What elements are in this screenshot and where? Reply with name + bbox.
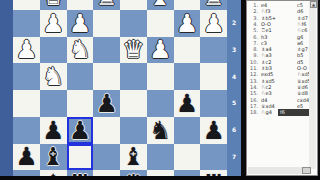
chess-piece-wP-h3: ♟ (15, 37, 37, 62)
board-square-e1[interactable]: ♜ (93, 0, 120, 10)
board-left-frame (0, 0, 13, 176)
chess-piece-bP-h7: ♟ (15, 144, 37, 169)
chess-piece-bB-g7: ♝ (42, 144, 64, 169)
board-square-f1[interactable] (67, 0, 94, 10)
board-square-h1[interactable] (13, 0, 40, 10)
board-square-b1[interactable] (174, 0, 201, 10)
board-square-e5[interactable]: ♟ (93, 90, 120, 117)
vertical-scrollbar[interactable] (309, 2, 316, 169)
chess-piece-bP-e5: ♟ (95, 91, 117, 116)
board-square-c6[interactable]: ♞ (147, 117, 174, 144)
chess-piece-wR-a1: ♜ (202, 0, 224, 9)
board-square-f7[interactable] (67, 144, 94, 171)
chess-piece-bP-b5: ♟ (176, 91, 198, 116)
chess-piece-wP-f2: ♟ (69, 11, 91, 36)
chess-piece-bB-d7: ♝ (122, 144, 144, 169)
chess-piece-wQ-d3: ♛ (122, 37, 144, 62)
board-square-e7[interactable] (93, 144, 120, 171)
chess-piece-wP-c3: ♟ (149, 37, 171, 62)
board-square-h6[interactable] (13, 117, 40, 144)
board-square-c7[interactable] (147, 144, 174, 171)
board-square-g4[interactable]: ♞ (40, 63, 67, 90)
board-square-d7[interactable]: ♝ (120, 144, 147, 171)
board-square-b3[interactable] (174, 37, 201, 64)
chess-piece-bP-f6: ♟ (69, 118, 91, 143)
board-square-e4[interactable] (93, 63, 120, 90)
chess-piece-wN-f3: ♞ (69, 37, 91, 62)
board-square-a5[interactable] (200, 90, 227, 117)
rank-label-4: 4 (227, 74, 241, 80)
move-number: 18. (249, 109, 258, 116)
board-square-e3[interactable] (93, 37, 120, 64)
board-square-g1[interactable]: ♚ (40, 0, 67, 10)
board-square-f5[interactable] (67, 90, 94, 117)
rank-label-7: 7 (227, 154, 241, 160)
board-square-g5[interactable] (40, 90, 67, 117)
board-square-f2[interactable]: ♟ (67, 10, 94, 37)
board-square-b7[interactable] (174, 144, 201, 171)
board-square-a2[interactable]: ♟ (200, 10, 227, 37)
board-square-b2[interactable]: ♟ (174, 10, 201, 37)
chess-piece-wB-c1: ♝ (149, 0, 171, 9)
up-arrow-icon: ▲ (312, 2, 315, 7)
chess-piece-wK-g1: ♚ (42, 0, 64, 9)
board-square-e2[interactable] (93, 10, 120, 37)
board-square-g7[interactable]: ♝ (40, 144, 67, 171)
app-window: ♚♜♝♜♟♟♟♟♟♞♛♟♞♟♟♟♟♞♟♟♝♝♚♜♛♜ 12345678 1.e4… (0, 0, 320, 180)
chess-piece-wP-a2: ♟ (202, 11, 224, 36)
scrollbar-up-button[interactable]: ▲ (310, 1, 317, 8)
board-square-f6[interactable]: ♟ (67, 117, 94, 144)
board-square-d4[interactable] (120, 63, 147, 90)
board-square-h7[interactable]: ♟ (13, 144, 40, 171)
board-square-f4[interactable] (67, 63, 94, 90)
move-row-18: 18.♘g4f6 (247, 109, 317, 116)
board-square-h5[interactable] (13, 90, 40, 117)
board-square-f3[interactable]: ♞ (67, 37, 94, 64)
board-square-d3[interactable]: ♛ (120, 37, 147, 64)
board-square-a3[interactable] (200, 37, 227, 64)
board-square-h4[interactable] (13, 63, 40, 90)
board-square-d1[interactable] (120, 0, 147, 10)
board-square-h2[interactable] (13, 10, 40, 37)
rank-label-3: 3 (227, 47, 241, 53)
chess-piece-bN-c6: ♞ (149, 118, 171, 143)
board-square-c4[interactable] (147, 63, 174, 90)
board-square-d2[interactable] (120, 10, 147, 37)
board-square-c3[interactable]: ♟ (147, 37, 174, 64)
rank-label-6: 6 (227, 127, 241, 133)
board-square-d5[interactable] (120, 90, 147, 117)
board-square-b6[interactable] (174, 117, 201, 144)
chess-piece-bP-g6: ♟ (42, 118, 64, 143)
scrollbar-grip[interactable] (302, 167, 311, 174)
board-square-h3[interactable]: ♟ (13, 37, 40, 64)
board-square-a1[interactable]: ♜ (200, 0, 227, 10)
chess-piece-wP-g2: ♟ (42, 11, 64, 36)
board-square-g3[interactable] (40, 37, 67, 64)
board-square-a6[interactable]: ♟ (200, 117, 227, 144)
board-square-a4[interactable] (200, 63, 227, 90)
board-square-d6[interactable] (120, 117, 147, 144)
board-square-c2[interactable] (147, 10, 174, 37)
board-square-b5[interactable]: ♟ (174, 90, 201, 117)
chess-piece-wP-b2: ♟ (176, 11, 198, 36)
board-square-a7[interactable] (200, 144, 227, 171)
chess-piece-wN-g4: ♞ (42, 64, 64, 89)
board-square-e6[interactable] (93, 117, 120, 144)
rank-label-strip: 12345678 (227, 0, 241, 176)
rank-label-2: 2 (227, 20, 241, 26)
board-square-c5[interactable] (147, 90, 174, 117)
board-square-c1[interactable]: ♝ (147, 0, 174, 10)
board-square-g2[interactable]: ♟ (40, 10, 67, 37)
board-square-g6[interactable]: ♟ (40, 117, 67, 144)
board-square-b4[interactable] (174, 63, 201, 90)
bottom-edge (0, 176, 320, 180)
rank-label-5: 5 (227, 100, 241, 106)
chess-piece-bP-a6: ♟ (202, 118, 224, 143)
move-list-panel: 1.e4c52.♘f3d63.♗b5+♗d74.O-O♘f65.♖e1♘c66.… (246, 0, 318, 176)
chess-piece-wR-e1: ♜ (95, 0, 117, 9)
